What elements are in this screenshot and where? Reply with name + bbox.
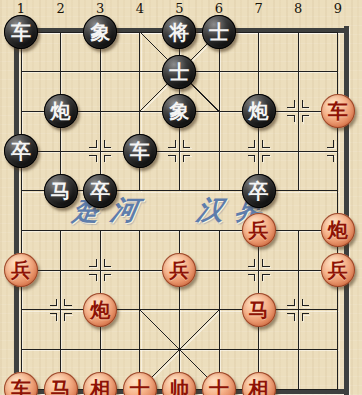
piece-black-cannon[interactable]: 炮 [44,94,78,128]
piece-black-soldier[interactable]: 卒 [4,134,38,168]
piece-red-soldier[interactable]: 兵 [242,213,276,247]
piece-red-cannon[interactable]: 炮 [83,293,117,327]
pieces-layer: 车象将士士炮象炮卒车马卒卒车兵炮兵兵兵炮马车马相士帅士相 [1,12,357,395]
piece-red-advisor[interactable]: 士 [202,372,236,395]
piece-red-horse[interactable]: 马 [242,293,276,327]
piece-black-general[interactable]: 将 [162,15,196,49]
piece-red-chariot[interactable]: 车 [4,372,38,395]
piece-red-elephant[interactable]: 相 [83,372,117,395]
piece-black-elephant[interactable]: 象 [83,15,117,49]
piece-red-soldier[interactable]: 兵 [162,253,196,287]
piece-red-chariot[interactable]: 车 [321,94,355,128]
piece-red-cannon[interactable]: 炮 [321,213,355,247]
piece-black-advisor[interactable]: 士 [202,15,236,49]
piece-red-soldier[interactable]: 兵 [321,253,355,287]
xiangqi-board: 楚河 汉界 车象将士士炮象炮卒车马卒卒车兵炮兵兵兵炮马车马相士帅士相 12345… [0,0,362,395]
piece-black-chariot[interactable]: 车 [123,134,157,168]
piece-red-advisor[interactable]: 士 [123,372,157,395]
piece-black-chariot[interactable]: 车 [4,15,38,49]
piece-red-general[interactable]: 帅 [162,372,196,395]
piece-red-soldier[interactable]: 兵 [4,253,38,287]
piece-black-cannon[interactable]: 炮 [242,94,276,128]
piece-black-elephant[interactable]: 象 [162,94,196,128]
piece-black-horse[interactable]: 马 [44,174,78,208]
piece-black-soldier[interactable]: 卒 [242,174,276,208]
piece-red-horse[interactable]: 马 [44,372,78,395]
piece-black-soldier[interactable]: 卒 [83,174,117,208]
piece-black-advisor[interactable]: 士 [162,55,196,89]
piece-red-elephant[interactable]: 相 [242,372,276,395]
